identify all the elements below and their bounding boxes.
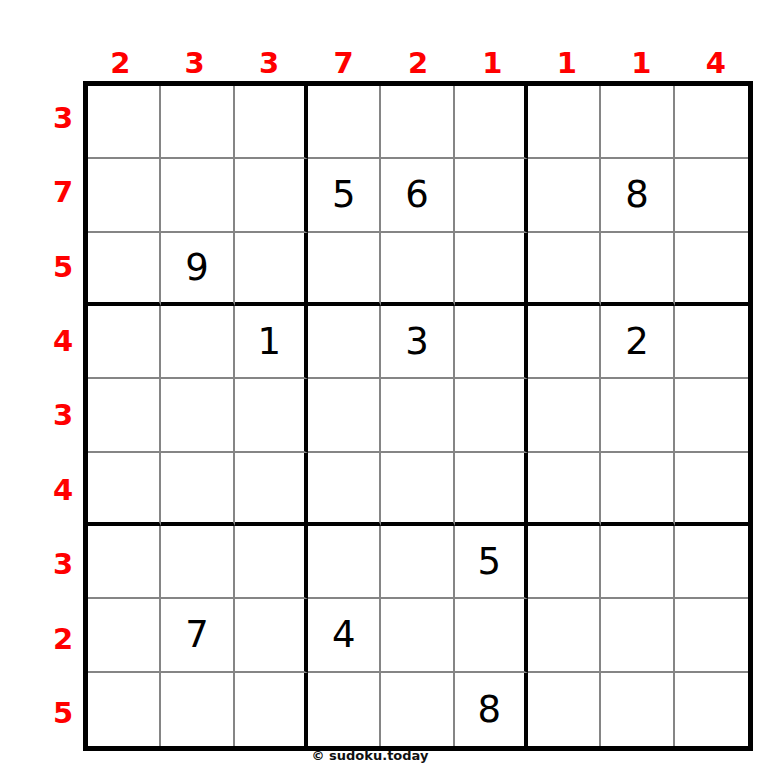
cell-r6c8[interactable] (601, 453, 674, 526)
top-clue-c7: 1 (530, 38, 604, 80)
cell-r1c3[interactable] (235, 86, 308, 159)
cell-r3c1[interactable] (88, 233, 161, 306)
cell-r3c5[interactable] (381, 233, 454, 306)
cell-r4c9[interactable] (675, 306, 748, 379)
cell-r4c2[interactable] (161, 306, 234, 379)
cell-r4c6[interactable] (455, 306, 528, 379)
cell-r6c3[interactable] (235, 453, 308, 526)
cell-r5c5[interactable] (381, 379, 454, 452)
cell-r6c4[interactable] (308, 453, 381, 526)
cell-r6c5[interactable] (381, 453, 454, 526)
cell-r9c9[interactable] (675, 673, 748, 746)
cell-r1c6[interactable] (455, 86, 528, 159)
left-clue-r7: 3 (44, 528, 82, 602)
cell-r7c7[interactable] (528, 526, 601, 599)
cell-r5c1[interactable] (88, 379, 161, 452)
cell-r3c2[interactable]: 9 (161, 233, 234, 306)
top-clue-c2: 3 (157, 38, 231, 80)
sudoku-board: 56891325748 (83, 81, 753, 751)
cell-r3c4[interactable] (308, 233, 381, 306)
cell-r4c7[interactable] (528, 306, 601, 379)
cell-r1c7[interactable] (528, 86, 601, 159)
cell-r4c3[interactable]: 1 (235, 306, 308, 379)
cell-r2c7[interactable] (528, 159, 601, 232)
cell-r7c9[interactable] (675, 526, 748, 599)
cell-r9c3[interactable] (235, 673, 308, 746)
cell-r9c2[interactable] (161, 673, 234, 746)
cell-r2c1[interactable] (88, 159, 161, 232)
cell-r7c2[interactable] (161, 526, 234, 599)
cell-r1c1[interactable] (88, 86, 161, 159)
credit: © sudoku.today (0, 748, 740, 763)
cell-r7c6[interactable]: 5 (455, 526, 528, 599)
cell-r6c1[interactable] (88, 453, 161, 526)
top-clue-c4: 7 (306, 38, 380, 80)
cell-r9c1[interactable] (88, 673, 161, 746)
top-clue-c5: 2 (381, 38, 455, 80)
cell-r9c4[interactable] (308, 673, 381, 746)
top-clue-c9: 4 (679, 38, 753, 80)
cell-r5c4[interactable] (308, 379, 381, 452)
cell-r9c5[interactable] (381, 673, 454, 746)
cell-r8c3[interactable] (235, 599, 308, 672)
cell-r5c3[interactable] (235, 379, 308, 452)
cell-r3c8[interactable] (601, 233, 674, 306)
cell-r8c8[interactable] (601, 599, 674, 672)
cell-r1c8[interactable] (601, 86, 674, 159)
top-clue-c6: 1 (455, 38, 529, 80)
cell-r2c2[interactable] (161, 159, 234, 232)
cell-r2c5[interactable]: 6 (381, 159, 454, 232)
left-clues: 375434325 (44, 81, 82, 751)
cell-r6c2[interactable] (161, 453, 234, 526)
cell-r6c6[interactable] (455, 453, 528, 526)
left-clue-r3: 5 (44, 230, 82, 304)
cell-r9c7[interactable] (528, 673, 601, 746)
cell-r6c9[interactable] (675, 453, 748, 526)
cell-r8c2[interactable]: 7 (161, 599, 234, 672)
cell-r2c3[interactable] (235, 159, 308, 232)
cell-r4c1[interactable] (88, 306, 161, 379)
cell-r4c8[interactable]: 2 (601, 306, 674, 379)
cell-r5c6[interactable] (455, 379, 528, 452)
left-clue-r6: 4 (44, 453, 82, 527)
top-clue-c3: 3 (232, 38, 306, 80)
left-clue-r4: 4 (44, 304, 82, 378)
cell-r7c1[interactable] (88, 526, 161, 599)
left-clue-r2: 7 (44, 155, 82, 229)
cell-r7c5[interactable] (381, 526, 454, 599)
cell-r5c9[interactable] (675, 379, 748, 452)
top-clues: 233721114 (83, 38, 753, 80)
cell-r8c9[interactable] (675, 599, 748, 672)
cell-r3c7[interactable] (528, 233, 601, 306)
cell-r8c7[interactable] (528, 599, 601, 672)
cell-r5c2[interactable] (161, 379, 234, 452)
left-clue-r5: 3 (44, 379, 82, 453)
cell-r5c7[interactable] (528, 379, 601, 452)
cell-r7c3[interactable] (235, 526, 308, 599)
cell-r4c5[interactable]: 3 (381, 306, 454, 379)
top-clue-c1: 2 (83, 38, 157, 80)
cell-r9c8[interactable] (601, 673, 674, 746)
left-clue-r8: 2 (44, 602, 82, 676)
top-clue-c8: 1 (604, 38, 678, 80)
cell-r1c9[interactable] (675, 86, 748, 159)
cell-r8c4[interactable]: 4 (308, 599, 381, 672)
cell-r7c8[interactable] (601, 526, 674, 599)
cell-r2c4[interactable]: 5 (308, 159, 381, 232)
cell-r4c4[interactable] (308, 306, 381, 379)
cell-r1c2[interactable] (161, 86, 234, 159)
cell-r5c8[interactable] (601, 379, 674, 452)
cell-r7c4[interactable] (308, 526, 381, 599)
cell-r1c5[interactable] (381, 86, 454, 159)
cell-r2c9[interactable] (675, 159, 748, 232)
left-clue-r9: 5 (44, 677, 82, 751)
cell-r3c9[interactable] (675, 233, 748, 306)
cell-r6c7[interactable] (528, 453, 601, 526)
left-clue-r1: 3 (44, 81, 82, 155)
cell-r3c3[interactable] (235, 233, 308, 306)
cell-r8c6[interactable] (455, 599, 528, 672)
cell-r2c8[interactable]: 8 (601, 159, 674, 232)
cell-r3c6[interactable] (455, 233, 528, 306)
cell-r1c4[interactable] (308, 86, 381, 159)
cell-r8c5[interactable] (381, 599, 454, 672)
cell-r2c6[interactable] (455, 159, 528, 232)
cell-r8c1[interactable] (88, 599, 161, 672)
cell-r9c6[interactable]: 8 (455, 673, 528, 746)
